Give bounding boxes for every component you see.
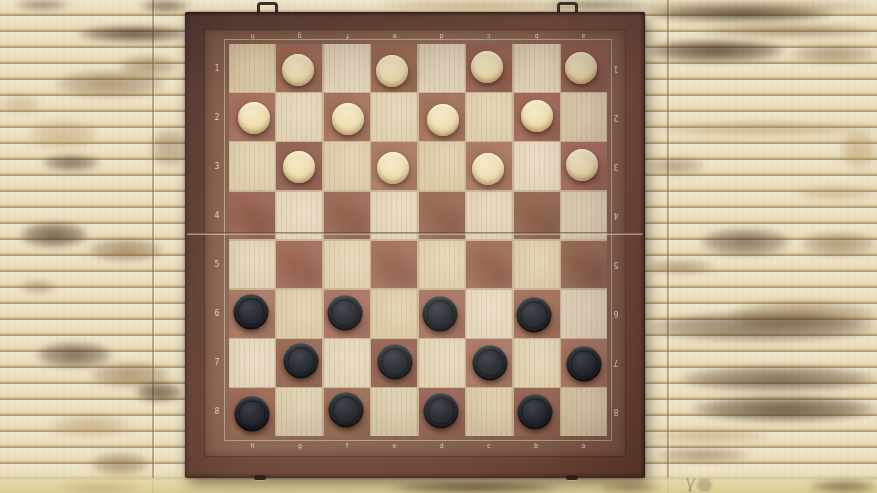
- piece-black-b8[interactable]: [518, 394, 553, 429]
- square-e6[interactable]: [371, 290, 417, 338]
- burn-mark: [648, 6, 833, 22]
- piece-black-f6[interactable]: [328, 295, 363, 330]
- burn-mark: [680, 366, 877, 392]
- burn-mark: [78, 26, 190, 42]
- burn-mark: [648, 312, 877, 342]
- square-d5[interactable]: [419, 241, 465, 289]
- piece-white-g1[interactable]: [282, 54, 314, 86]
- piece-white-f2[interactable]: [332, 103, 364, 135]
- piece-black-c7[interactable]: [472, 345, 507, 380]
- burn-mark: [118, 55, 178, 77]
- burn-mark: [88, 238, 163, 262]
- burn-mark: [650, 430, 770, 442]
- bamboo-seam: [667, 0, 669, 493]
- square-g5[interactable]: [276, 241, 322, 289]
- square-e5[interactable]: [371, 241, 417, 289]
- piece-white-g3[interactable]: [283, 151, 315, 183]
- square-g2[interactable]: [276, 93, 322, 141]
- piece-black-d8[interactable]: [423, 393, 458, 428]
- hinge-pin: [254, 475, 266, 480]
- burn-mark: [700, 24, 877, 38]
- burn-mark: [15, 0, 70, 10]
- piece-white-b2[interactable]: [521, 100, 553, 132]
- burn-mark: [645, 260, 715, 274]
- square-b1[interactable]: [514, 44, 560, 92]
- piece-black-f8[interactable]: [329, 392, 364, 427]
- burn-mark: [20, 222, 88, 248]
- square-g6[interactable]: [276, 290, 322, 338]
- fold-seam: [187, 232, 643, 235]
- piece-white-h2[interactable]: [238, 102, 270, 134]
- square-c8[interactable]: [466, 388, 512, 436]
- square-f7[interactable]: [324, 339, 370, 387]
- scene: 12345678 12345678 hgfedcba hgfedcba: [0, 0, 877, 493]
- piece-white-e1[interactable]: [376, 55, 408, 87]
- burn-mark: [692, 396, 877, 422]
- burn-mark: [600, 482, 660, 493]
- square-a5[interactable]: [561, 241, 607, 289]
- burn-mark: [140, 0, 190, 12]
- piece-black-a7[interactable]: [567, 346, 602, 381]
- burn-mark: [700, 228, 790, 256]
- square-b5[interactable]: [514, 241, 560, 289]
- playing-area: [229, 44, 607, 436]
- square-c5[interactable]: [466, 241, 512, 289]
- piece-black-h8[interactable]: [234, 396, 269, 431]
- square-d3[interactable]: [419, 142, 465, 190]
- burn-mark: [90, 452, 150, 476]
- square-h3[interactable]: [229, 142, 275, 190]
- square-c2[interactable]: [466, 93, 512, 141]
- hinge-pin: [566, 475, 578, 480]
- burn-mark: [135, 382, 183, 402]
- square-e2[interactable]: [371, 93, 417, 141]
- burn-mark: [840, 130, 877, 170]
- burn-mark: [800, 232, 877, 256]
- burn-mark: [36, 342, 112, 368]
- burn-mark: [150, 128, 188, 168]
- burn-mark: [645, 40, 785, 62]
- square-a2[interactable]: [561, 93, 607, 141]
- burn-mark: [795, 185, 877, 201]
- burn-mark: [42, 155, 100, 171]
- square-h7[interactable]: [229, 339, 275, 387]
- square-f3[interactable]: [324, 142, 370, 190]
- piece-black-h6[interactable]: [233, 294, 268, 329]
- burn-mark: [790, 45, 877, 63]
- burn-mark: [645, 158, 705, 174]
- square-f5[interactable]: [324, 241, 370, 289]
- square-f1[interactable]: [324, 44, 370, 92]
- square-d1[interactable]: [419, 44, 465, 92]
- piece-white-c1[interactable]: [471, 51, 503, 83]
- square-a6[interactable]: [561, 290, 607, 338]
- burn-mark: [50, 415, 130, 437]
- piece-white-d2[interactable]: [427, 104, 459, 136]
- piece-white-a1[interactable]: [565, 52, 597, 84]
- piece-white-c3[interactable]: [472, 153, 504, 185]
- piece-white-a3[interactable]: [566, 149, 598, 181]
- square-c6[interactable]: [466, 290, 512, 338]
- square-g8[interactable]: [276, 388, 322, 436]
- piece-black-b6[interactable]: [517, 297, 552, 332]
- square-a8[interactable]: [561, 388, 607, 436]
- piece-black-d6[interactable]: [422, 296, 457, 331]
- square-h1[interactable]: [229, 44, 275, 92]
- square-b3[interactable]: [514, 142, 560, 190]
- burn-mark: [390, 482, 560, 493]
- burn-mark: [810, 480, 877, 493]
- burn-mark: [28, 120, 98, 150]
- piece-white-e3[interactable]: [377, 152, 409, 184]
- board-grid: [229, 44, 607, 436]
- piece-black-e7[interactable]: [378, 344, 413, 379]
- piece-black-g7[interactable]: [283, 343, 318, 378]
- square-d7[interactable]: [419, 339, 465, 387]
- square-e8[interactable]: [371, 388, 417, 436]
- square-h5[interactable]: [229, 241, 275, 289]
- checkers-board: 12345678 12345678 hgfedcba hgfedcba: [185, 12, 645, 478]
- square-b7[interactable]: [514, 339, 560, 387]
- burn-mark: [0, 95, 40, 113]
- pencil-scribble: [666, 478, 714, 492]
- burn-mark: [20, 280, 56, 294]
- burn-mark: [650, 122, 877, 136]
- burn-mark: [655, 448, 750, 462]
- burn-mark: [60, 482, 140, 493]
